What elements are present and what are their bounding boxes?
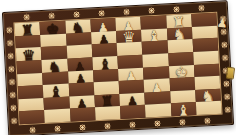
board-inlay-frame: ♜♚♞♟♟♜♟♛♝♞♛♞♟♝♟♟♚♝♟♟♜♟♞♝ [13,12,222,126]
square-h4[interactable] [120,105,146,119]
square-h2[interactable]: ♝ [170,102,196,116]
off-board-white-pawn[interactable]: ♟ [216,16,228,29]
chess-board: ♜♚♞♟♟♜♟♛♝♞♛♞♟♝♟♟♚♝♟♟♜♟♞♝ [2,0,234,135]
white-bishop[interactable]: ♝ [176,103,190,119]
square-h7[interactable] [44,109,70,123]
square-h1[interactable] [196,101,222,115]
photo-background: ♜♚♞♟♟♜♟♛♝♞♛♞♟♝♟♟♚♝♟♟♜♟♞♝ ♟ [0,0,236,135]
board-grid: ♜♚♞♟♟♜♟♛♝♞♛♞♟♝♟♟♚♝♟♟♜♟♞♝ [14,13,221,124]
brass-clasp-icon [226,67,235,80]
square-h5[interactable] [95,106,121,120]
square-h8[interactable] [19,110,45,124]
square-h6[interactable] [70,108,96,122]
square-h3[interactable] [145,104,171,118]
